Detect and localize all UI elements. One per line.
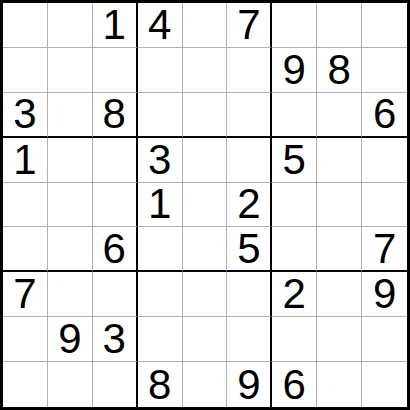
cell-r1c1[interactable]: [3, 3, 48, 48]
cell-r9c8[interactable]: [317, 362, 362, 407]
cell-r6c3[interactable]: 6: [93, 227, 138, 272]
cell-r6c2[interactable]: [48, 227, 93, 272]
cell-r1c9[interactable]: [362, 3, 407, 48]
cell-r6c6[interactable]: 5: [227, 227, 272, 272]
cell-r4c9[interactable]: [362, 138, 407, 183]
cell-r2c8[interactable]: 8: [317, 48, 362, 93]
cell-r2c4[interactable]: [138, 48, 183, 93]
cell-r3c3[interactable]: 8: [93, 93, 138, 138]
cell-r2c2[interactable]: [48, 48, 93, 93]
cell-r2c9[interactable]: [362, 48, 407, 93]
cell-r8c3[interactable]: 3: [93, 317, 138, 362]
cell-r1c5[interactable]: [183, 3, 228, 48]
cell-r2c1[interactable]: [3, 48, 48, 93]
cell-r7c4[interactable]: [138, 272, 183, 317]
cell-r9c9[interactable]: [362, 362, 407, 407]
cell-r7c9[interactable]: 9: [362, 272, 407, 317]
cell-r3c2[interactable]: [48, 93, 93, 138]
cell-r6c4[interactable]: [138, 227, 183, 272]
cell-r7c3[interactable]: [93, 272, 138, 317]
cell-r5c7[interactable]: [272, 183, 317, 228]
cell-r4c7[interactable]: 5: [272, 138, 317, 183]
cell-r4c1[interactable]: 1: [3, 138, 48, 183]
cell-r1c4[interactable]: 4: [138, 3, 183, 48]
cell-r1c2[interactable]: [48, 3, 93, 48]
cell-r8c6[interactable]: [227, 317, 272, 362]
cell-r2c3[interactable]: [93, 48, 138, 93]
cell-r4c2[interactable]: [48, 138, 93, 183]
cell-r5c4[interactable]: 1: [138, 183, 183, 228]
cell-r9c1[interactable]: [3, 362, 48, 407]
cell-r6c5[interactable]: [183, 227, 228, 272]
cell-r4c5[interactable]: [183, 138, 228, 183]
cell-r3c4[interactable]: [138, 93, 183, 138]
cell-r7c2[interactable]: [48, 272, 93, 317]
cell-r9c2[interactable]: [48, 362, 93, 407]
cell-r4c6[interactable]: [227, 138, 272, 183]
cell-r7c6[interactable]: [227, 272, 272, 317]
cell-r2c6[interactable]: [227, 48, 272, 93]
cell-r9c6[interactable]: 9: [227, 362, 272, 407]
cell-r5c2[interactable]: [48, 183, 93, 228]
cell-r7c7[interactable]: 2: [272, 272, 317, 317]
cell-r1c8[interactable]: [317, 3, 362, 48]
cell-r8c2[interactable]: 9: [48, 317, 93, 362]
cell-r9c7[interactable]: 6: [272, 362, 317, 407]
cell-r8c9[interactable]: [362, 317, 407, 362]
cell-r2c7[interactable]: 9: [272, 48, 317, 93]
cell-r5c8[interactable]: [317, 183, 362, 228]
cell-r1c6[interactable]: 7: [227, 3, 272, 48]
cell-r9c5[interactable]: [183, 362, 228, 407]
cell-r5c5[interactable]: [183, 183, 228, 228]
cell-r3c7[interactable]: [272, 93, 317, 138]
cell-r8c7[interactable]: [272, 317, 317, 362]
cell-r8c1[interactable]: [3, 317, 48, 362]
cell-r9c3[interactable]: [93, 362, 138, 407]
cell-r5c9[interactable]: [362, 183, 407, 228]
cell-r3c8[interactable]: [317, 93, 362, 138]
cell-r3c5[interactable]: [183, 93, 228, 138]
cell-r6c9[interactable]: 7: [362, 227, 407, 272]
cell-r6c1[interactable]: [3, 227, 48, 272]
cell-r7c1[interactable]: 7: [3, 272, 48, 317]
cell-r1c7[interactable]: [272, 3, 317, 48]
cell-r6c8[interactable]: [317, 227, 362, 272]
cell-r4c3[interactable]: [93, 138, 138, 183]
cell-r5c6[interactable]: 2: [227, 183, 272, 228]
cell-r7c5[interactable]: [183, 272, 228, 317]
cell-r9c4[interactable]: 8: [138, 362, 183, 407]
cell-r1c3[interactable]: 1: [93, 3, 138, 48]
cell-r6c7[interactable]: [272, 227, 317, 272]
cell-r4c8[interactable]: [317, 138, 362, 183]
cell-r3c1[interactable]: 3: [3, 93, 48, 138]
cell-r5c1[interactable]: [3, 183, 48, 228]
cell-r2c5[interactable]: [183, 48, 228, 93]
cell-r8c4[interactable]: [138, 317, 183, 362]
cell-r3c6[interactable]: [227, 93, 272, 138]
cell-r4c4[interactable]: 3: [138, 138, 183, 183]
sudoku-board: 147983861351265772993896: [0, 0, 410, 410]
cell-r7c8[interactable]: [317, 272, 362, 317]
cell-r8c8[interactable]: [317, 317, 362, 362]
cell-r5c3[interactable]: [93, 183, 138, 228]
cell-r3c9[interactable]: 6: [362, 93, 407, 138]
cell-r8c5[interactable]: [183, 317, 228, 362]
